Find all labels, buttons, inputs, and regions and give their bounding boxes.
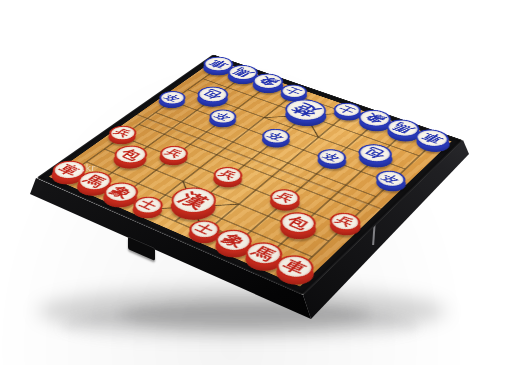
piece-glyph: 包 [284, 214, 313, 231]
piece-glyph: 車 [418, 131, 446, 145]
piece-glyph: 包 [200, 88, 227, 100]
piece-glyph: 象 [361, 112, 388, 125]
product-photo-stage: 車馬象士士象馬車楚包包卒卒卒卒卒兵兵兵兵兵包包漢車馬象士士象馬車 co.kr [0, 0, 514, 365]
piece-glyph: 馬 [249, 244, 279, 262]
piece-glyph: 包 [117, 147, 144, 162]
piece-glyph: 卒 [379, 172, 402, 184]
piece-glyph: 兵 [217, 168, 239, 180]
piece-glyph: 卒 [162, 93, 183, 103]
piece-glyph: 包 [361, 146, 390, 160]
piece-glyph: 象 [107, 184, 135, 200]
piece-glyph: 車 [280, 257, 310, 276]
piece-glyph: 漢 [175, 190, 212, 211]
piece-glyph: 兵 [112, 127, 133, 138]
piece-glyph: 士 [283, 86, 304, 96]
piece-glyph: 兵 [163, 147, 184, 159]
piece-glyph: 楚 [288, 102, 323, 119]
piece-glyph: 馬 [389, 121, 417, 134]
photo-watermark: co.kr [71, 163, 96, 173]
piece-glyph: 馬 [230, 67, 256, 79]
surface-reflection [60, 306, 420, 348]
piece-glyph: 馬 [81, 173, 109, 189]
piece-glyph: 象 [255, 75, 281, 87]
piece-glyph: 卒 [265, 130, 287, 141]
piece-glyph: 士 [137, 198, 160, 211]
piece-glyph: 士 [193, 222, 216, 236]
piece-glyph: 卒 [212, 111, 234, 121]
piece-glyph: 兵 [333, 214, 356, 228]
piece-glyph: 卒 [320, 151, 343, 162]
piece-glyph: 象 [219, 232, 248, 250]
piece-glyph: 兵 [274, 191, 296, 204]
piece-glyph: 車 [206, 58, 232, 69]
janggi-board: 車馬象士士象馬車楚包包卒卒卒卒卒兵兵兵兵兵包包漢車馬象士士象馬車 [36, 54, 463, 295]
piece-glyph: 士 [336, 104, 358, 114]
